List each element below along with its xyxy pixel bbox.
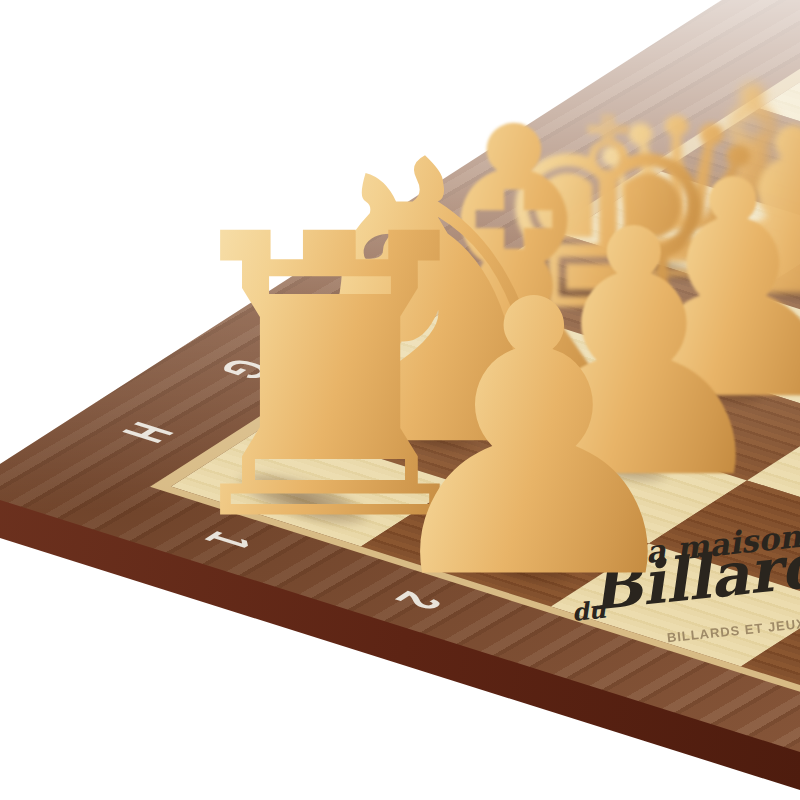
product-photo-scene: GH12 ♝♛♟♚♝♟♞♟♜♟ La maison du Billard BIL… xyxy=(0,0,800,800)
piece-white-pawn-h2: ♟ xyxy=(364,251,705,631)
